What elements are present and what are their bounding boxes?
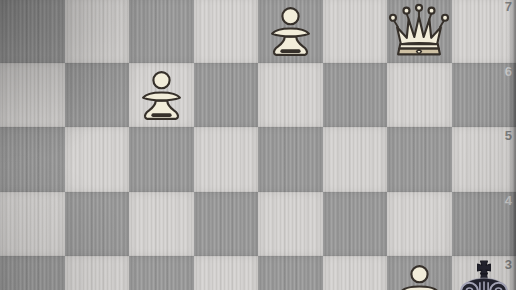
rank-label-6: 6 — [505, 65, 512, 78]
square-d6[interactable] — [194, 63, 259, 128]
square-g4[interactable] — [387, 192, 452, 257]
square-b6[interactable] — [65, 63, 130, 128]
square-f4[interactable] — [323, 192, 388, 257]
rank-label-3: 3 — [505, 258, 512, 271]
square-d5[interactable] — [194, 127, 259, 192]
square-h6[interactable]: 6 — [452, 63, 516, 128]
square-h5[interactable]: 5 — [452, 127, 516, 192]
square-a7[interactable] — [0, 0, 65, 63]
square-b7[interactable] — [65, 0, 130, 63]
square-a5[interactable] — [0, 127, 65, 192]
square-f5[interactable] — [323, 127, 388, 192]
rank-label-4: 4 — [505, 194, 512, 207]
white-pawn[interactable] — [262, 2, 319, 59]
square-h4[interactable]: 4 — [452, 192, 516, 257]
square-c6[interactable] — [129, 63, 194, 128]
square-c3[interactable] — [129, 256, 194, 290]
chess-board: 76543 — [0, 0, 516, 290]
square-g3[interactable] — [387, 256, 452, 290]
square-d4[interactable] — [194, 192, 259, 257]
square-g5[interactable] — [387, 127, 452, 192]
square-e3[interactable] — [258, 256, 323, 290]
square-g6[interactable] — [387, 63, 452, 128]
square-f3[interactable] — [323, 256, 388, 290]
square-f6[interactable] — [323, 63, 388, 128]
square-b5[interactable] — [65, 127, 130, 192]
square-a3[interactable] — [0, 256, 65, 290]
square-b4[interactable] — [65, 192, 130, 257]
rank-label-7: 7 — [505, 0, 512, 13]
square-a6[interactable] — [0, 63, 65, 128]
square-a4[interactable] — [0, 192, 65, 257]
square-e6[interactable] — [258, 63, 323, 128]
square-d7[interactable] — [194, 0, 259, 63]
board-grid: 76543 — [0, 0, 516, 290]
square-c7[interactable] — [129, 0, 194, 63]
square-f7[interactable] — [323, 0, 388, 63]
square-c5[interactable] — [129, 127, 194, 192]
square-e7[interactable] — [258, 0, 323, 63]
white-pawn[interactable] — [391, 260, 448, 290]
square-e5[interactable] — [258, 127, 323, 192]
square-h3[interactable]: 3 — [452, 256, 516, 290]
square-g7[interactable] — [387, 0, 452, 63]
white-queen[interactable] — [387, 0, 451, 64]
square-c4[interactable] — [129, 192, 194, 257]
square-b3[interactable] — [65, 256, 130, 290]
square-h7[interactable]: 7 — [452, 0, 516, 63]
square-d3[interactable] — [194, 256, 259, 290]
square-e4[interactable] — [258, 192, 323, 257]
rank-label-5: 5 — [505, 129, 512, 142]
white-pawn[interactable] — [133, 66, 190, 123]
